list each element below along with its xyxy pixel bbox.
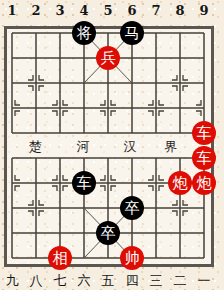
file-label-top: 4 <box>72 3 96 18</box>
file-label-top: 6 <box>120 3 144 18</box>
file-label-top: 7 <box>144 3 168 18</box>
file-label-bottom: 二 <box>168 272 192 290</box>
piece-red-elephant[interactable]: 相 <box>48 246 72 270</box>
file-label-top: 2 <box>24 3 48 18</box>
piece-black-soldier-1[interactable]: 卒 <box>120 196 144 220</box>
piece-red-cannon-1[interactable]: 炮 <box>168 171 192 195</box>
piece-red-cannon-2[interactable]: 炮 <box>192 171 216 195</box>
file-label-top: 3 <box>48 3 72 18</box>
piece-red-chariot-1[interactable]: 车 <box>192 121 216 145</box>
file-label-top: 5 <box>96 3 120 18</box>
piece-glyph: 兵 <box>101 51 116 66</box>
file-label-bottom: 四 <box>120 272 144 290</box>
file-label-top: 1 <box>0 3 24 18</box>
piece-black-chariot[interactable]: 车 <box>72 171 96 195</box>
top-file-labels: 1 2 3 4 5 6 7 8 9 <box>0 3 216 18</box>
file-label-bottom: 三 <box>144 272 168 290</box>
piece-glyph: 炮 <box>197 176 212 191</box>
piece-red-chariot-2[interactable]: 车 <box>192 146 216 170</box>
piece-black-soldier-2[interactable]: 卒 <box>96 221 120 245</box>
piece-glyph: 炮 <box>173 176 188 191</box>
file-label-bottom: 一 <box>192 272 216 290</box>
file-label-top: 8 <box>168 3 192 18</box>
xiangqi-diagram: 1 2 3 4 5 6 7 8 9 楚 河 汉 界 将马兵车车车炮炮卒卒相帅 九… <box>0 0 224 290</box>
file-label-bottom: 九 <box>0 272 24 290</box>
piece-black-general[interactable]: 将 <box>72 21 96 45</box>
piece-glyph: 卒 <box>125 201 140 216</box>
file-label-bottom: 六 <box>72 272 96 290</box>
file-label-bottom: 五 <box>96 272 120 290</box>
piece-glyph: 卒 <box>101 226 116 241</box>
file-label-top: 9 <box>192 3 216 18</box>
piece-glyph: 帅 <box>125 251 140 266</box>
piece-red-pawn[interactable]: 兵 <box>96 46 120 70</box>
board-grid: 将马兵车车车炮炮卒卒相帅 <box>0 21 216 271</box>
piece-glyph: 车 <box>77 176 92 191</box>
piece-glyph: 马 <box>125 26 140 41</box>
piece-glyph: 车 <box>197 126 212 141</box>
piece-black-horse[interactable]: 马 <box>120 21 144 45</box>
piece-red-general[interactable]: 帅 <box>120 246 144 270</box>
file-label-bottom: 八 <box>24 272 48 290</box>
bottom-file-labels: 九 八 七 六 五 四 三 二 一 <box>0 272 216 290</box>
piece-glyph: 相 <box>53 251 68 266</box>
piece-glyph: 车 <box>197 151 212 166</box>
piece-glyph: 将 <box>77 26 92 41</box>
file-label-bottom: 七 <box>48 272 72 290</box>
